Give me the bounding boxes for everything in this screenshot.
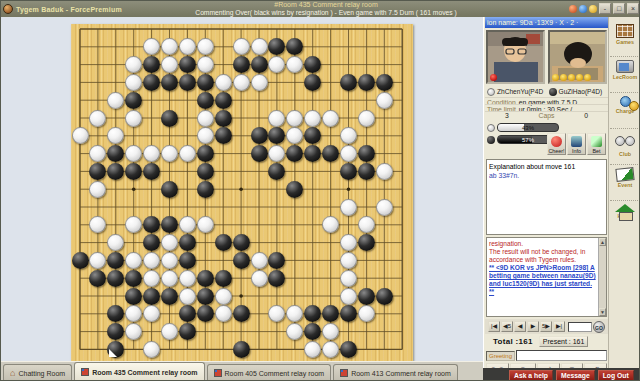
move-nav-row: |◀ ◀5 ◀ ▶ 5▶ ▶| GO xyxy=(485,319,608,334)
room-tab-bar: ⌂ Chatting Room Room 435 Comment relay r… xyxy=(1,361,483,381)
black-stone xyxy=(125,270,142,287)
white-stone xyxy=(322,110,339,127)
side-toolbar: Games LecRoom Charge Club Event Home xyxy=(608,17,640,368)
white-stone xyxy=(233,38,250,55)
black-stone-icon xyxy=(549,88,557,96)
white-stone xyxy=(197,216,214,233)
black-stone xyxy=(358,74,375,91)
white-stone xyxy=(215,74,232,91)
close-button[interactable]: × xyxy=(627,3,639,14)
black-stone xyxy=(304,74,321,91)
titlebar-bulb-icon[interactable] xyxy=(589,5,597,13)
message-button[interactable]: Message xyxy=(556,370,595,381)
white-stone xyxy=(340,145,357,162)
captures-row: 3 Caps 0 xyxy=(485,111,608,120)
white-stone xyxy=(376,163,393,180)
board-pane xyxy=(1,17,483,361)
event-flag-icon xyxy=(615,167,634,182)
move-number-input[interactable] xyxy=(568,322,592,332)
black-stone xyxy=(197,270,214,287)
black-stone xyxy=(161,110,178,127)
white-stone xyxy=(304,110,321,127)
minimize-button[interactable]: - xyxy=(599,3,611,14)
app-icon xyxy=(3,4,13,14)
scroll-down-icon[interactable]: ▼ xyxy=(599,308,606,316)
black-stone-icon xyxy=(487,136,495,144)
room-title: #Room 435 Comment relay room xyxy=(171,1,481,9)
white-stone xyxy=(197,56,214,73)
nav-back-button[interactable]: ◀ xyxy=(514,321,526,332)
white-stone xyxy=(125,74,142,91)
toolbar-lecroom[interactable]: LecRoom xyxy=(610,57,640,93)
competition-marquee: ion name: 9Da ·13X9 · X · 2 · xyxy=(485,17,608,28)
explanation-body: ab 33#7n. xyxy=(489,171,604,180)
greeting-label: Greeting xyxy=(486,351,515,361)
black-stone xyxy=(233,56,250,73)
room-window-icon xyxy=(81,368,89,376)
white-player-name-row: ZhChenYu(P4D xyxy=(485,88,547,96)
black-stone xyxy=(358,234,375,251)
black-stone xyxy=(233,341,250,358)
black-stone xyxy=(358,163,375,180)
balloon-icon xyxy=(551,136,562,147)
scroll-up-icon[interactable]: ▲ xyxy=(599,238,606,246)
black-stone xyxy=(376,288,393,305)
black-stone xyxy=(197,145,214,162)
maximize-button[interactable]: □ xyxy=(613,3,625,14)
dice-icon xyxy=(591,136,602,147)
black-stone xyxy=(161,74,178,91)
black-stone xyxy=(197,92,214,109)
black-stone xyxy=(143,163,160,180)
black-stone xyxy=(251,145,268,162)
white-stone xyxy=(376,92,393,109)
app-window: Tygem Baduk - ForcePremium #Room 435 Com… xyxy=(0,0,640,381)
white-stone xyxy=(340,199,357,216)
black-stone xyxy=(125,92,142,109)
white-stone xyxy=(340,288,357,305)
black-stone xyxy=(251,56,268,73)
white-stone xyxy=(89,181,106,198)
tab-chatting-room[interactable]: ⌂ Chatting Room xyxy=(3,364,72,381)
titlebar-blue-icon[interactable] xyxy=(579,5,587,13)
white-stone xyxy=(197,127,214,144)
nav-first-button[interactable]: |◀ xyxy=(488,321,500,332)
white-stone xyxy=(197,38,214,55)
black-stone xyxy=(197,163,214,180)
nav-back5-button[interactable]: ◀5 xyxy=(501,321,513,332)
white-stone xyxy=(304,341,321,358)
black-player-photo xyxy=(548,30,607,84)
room-window-icon xyxy=(340,369,348,377)
club-faces-icon xyxy=(615,132,635,150)
cheer-button[interactable]: Cheer! xyxy=(547,133,566,155)
white-winrate-bar: 43% xyxy=(497,123,559,132)
house-icon: ⌂ xyxy=(10,369,15,377)
white-stone xyxy=(143,341,160,358)
black-stone xyxy=(125,288,142,305)
ask-help-button[interactable]: Ask a help xyxy=(509,370,553,381)
black-stone xyxy=(215,234,232,251)
black-stone xyxy=(197,288,214,305)
black-stone xyxy=(340,74,357,91)
black-stone xyxy=(215,110,232,127)
white-stone xyxy=(161,234,178,251)
yellow-rose-icon xyxy=(568,74,575,81)
footer-bar: Ask a help Message Log Out xyxy=(483,368,640,381)
black-stone xyxy=(161,288,178,305)
yellow-rose-icon xyxy=(552,74,559,81)
black-stone xyxy=(233,234,250,251)
info-icon xyxy=(571,136,582,147)
black-stone xyxy=(179,323,196,340)
black-stone xyxy=(215,127,232,144)
yellow-rose-icon xyxy=(584,74,591,81)
chat-scrollbar[interactable]: ▲ ▼ xyxy=(598,238,606,316)
title-bar: Tygem Baduk - ForcePremium #Room 435 Com… xyxy=(1,1,640,17)
white-stone xyxy=(215,288,232,305)
white-stone xyxy=(125,252,142,269)
coins-icon xyxy=(620,96,631,107)
black-stone xyxy=(89,270,106,287)
black-stone xyxy=(233,252,250,269)
white-stone xyxy=(215,305,232,322)
white-stone xyxy=(340,270,357,287)
white-stone xyxy=(233,74,250,91)
winrate-block: 43% 57% Cheer! Info xyxy=(485,121,608,158)
black-stone xyxy=(107,270,124,287)
tab-room-435[interactable]: Room 435 Comment relay room xyxy=(74,362,204,381)
red-rose-icon xyxy=(490,74,497,81)
black-captures: 0 xyxy=(584,112,588,120)
white-stone xyxy=(161,56,178,73)
white-stone xyxy=(376,199,393,216)
go-board[interactable] xyxy=(71,24,413,361)
black-player-name-row: GuZiHao(P4D) xyxy=(547,88,609,96)
greeting-row: Greeting xyxy=(485,349,608,362)
tab-room-405[interactable]: Room 405 Comment relay room xyxy=(207,364,332,381)
black-stone xyxy=(215,270,232,287)
game-info-panel: ion name: 9Da ·13X9 · X · 2 · xyxy=(483,17,608,381)
white-stone-icon xyxy=(487,124,495,132)
black-stone xyxy=(72,252,89,269)
black-stone xyxy=(268,270,285,287)
app-title: Tygem Baduk - ForcePremium xyxy=(16,6,122,13)
room-subtitle: Commenting Over( black wins by resignati… xyxy=(177,9,475,17)
go-button[interactable]: GO xyxy=(593,321,605,333)
white-stone xyxy=(268,110,285,127)
toolbar-club[interactable]: Club xyxy=(610,129,640,165)
black-stone xyxy=(251,127,268,144)
black-stone xyxy=(358,145,375,162)
room-title-block: #Room 435 Comment relay room Commenting … xyxy=(171,1,481,17)
explanation-title: Explanation about move 161 xyxy=(489,162,604,171)
toolbar-games[interactable]: Games xyxy=(610,21,640,57)
titlebar-orange-icon[interactable] xyxy=(569,5,577,13)
white-stone xyxy=(143,252,160,269)
white-stone xyxy=(251,252,268,269)
games-icon xyxy=(616,24,634,38)
black-stone xyxy=(179,234,196,251)
white-stone xyxy=(340,234,357,251)
toolbar-event[interactable]: Event xyxy=(610,165,640,201)
tab-room-413[interactable]: Room 413 Comment relay room xyxy=(333,364,458,381)
white-stone xyxy=(179,145,196,162)
black-stone xyxy=(197,305,214,322)
white-player-photo xyxy=(486,30,545,84)
white-stone xyxy=(340,252,357,269)
black-stone xyxy=(179,74,196,91)
greeting-input[interactable] xyxy=(516,350,607,361)
nav-forward-button[interactable]: ▶ xyxy=(527,321,539,332)
white-stone xyxy=(197,110,214,127)
present-move[interactable]: Present : 161 xyxy=(539,336,589,347)
white-stone xyxy=(161,252,178,269)
white-stone xyxy=(89,110,106,127)
white-stone xyxy=(179,288,196,305)
white-stone-icon xyxy=(487,88,495,96)
white-stone xyxy=(251,270,268,287)
white-stone xyxy=(143,270,160,287)
betting-announcement-link[interactable]: ** <9D KOR vs JPN>Room [298] A betting g… xyxy=(489,264,596,296)
black-stone xyxy=(197,74,214,91)
home-icon xyxy=(615,204,635,212)
black-stone xyxy=(179,56,196,73)
white-stone xyxy=(161,145,178,162)
black-stone xyxy=(215,92,232,109)
bet-button[interactable]: Bet xyxy=(587,133,606,155)
nav-last-button[interactable]: ▶| xyxy=(553,321,565,332)
black-stone xyxy=(340,341,357,358)
white-stone xyxy=(72,127,89,144)
info-button[interactable]: Info xyxy=(567,133,586,155)
total-moves: Total :161 xyxy=(493,337,533,346)
white-stone xyxy=(322,341,339,358)
logout-button[interactable]: Log Out xyxy=(598,370,634,381)
black-stone xyxy=(197,181,214,198)
last-move-marker xyxy=(109,349,117,357)
yellow-rose-icon xyxy=(576,74,583,81)
room-window-icon xyxy=(214,369,222,377)
black-stone xyxy=(125,163,142,180)
toolbar-charge[interactable]: Charge xyxy=(610,93,640,129)
black-stone xyxy=(179,252,196,269)
toolbar-home[interactable]: Home xyxy=(610,201,640,237)
black-stone xyxy=(143,288,160,305)
black-stone xyxy=(358,288,375,305)
explanation-box: Explanation about move 161 ab 33#7n. xyxy=(486,159,607,235)
white-stone xyxy=(161,270,178,287)
tv-icon xyxy=(616,60,634,73)
black-stone xyxy=(161,181,178,198)
white-stone xyxy=(286,110,303,127)
move-totals-row: Total :161 Present : 161 xyxy=(485,335,608,348)
black-stone xyxy=(286,181,303,198)
white-stone xyxy=(251,38,268,55)
white-stone xyxy=(107,92,124,109)
black-stone xyxy=(376,74,393,91)
black-stone xyxy=(143,74,160,91)
white-stone xyxy=(251,74,268,91)
yellow-rose-icon xyxy=(560,74,567,81)
black-stone xyxy=(233,305,250,322)
chat-box: resignation. The result will not be chan… xyxy=(486,237,607,317)
white-stone xyxy=(125,110,142,127)
white-captures: 3 xyxy=(505,112,509,120)
nav-forward5-button[interactable]: 5▶ xyxy=(540,321,552,332)
white-stone xyxy=(358,110,375,127)
white-stone xyxy=(161,323,178,340)
black-stone xyxy=(340,163,357,180)
white-stone xyxy=(179,270,196,287)
